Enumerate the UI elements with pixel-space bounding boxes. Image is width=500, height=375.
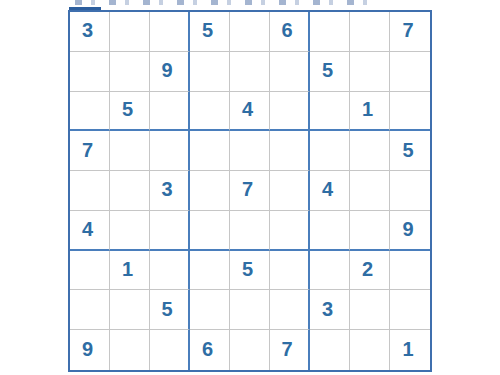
cell-r3c6[interactable] xyxy=(270,92,310,132)
given-digit: 9 xyxy=(402,219,413,239)
cell-r6c1[interactable]: 4 xyxy=(70,211,110,251)
cell-r5c3[interactable]: 3 xyxy=(150,171,190,211)
cell-r3c1[interactable] xyxy=(70,92,110,132)
cell-r4c8[interactable] xyxy=(350,131,390,171)
given-digit: 6 xyxy=(202,339,213,359)
cell-r2c3[interactable]: 9 xyxy=(150,52,190,92)
cell-r2c8[interactable] xyxy=(350,52,390,92)
cell-r1c6[interactable]: 6 xyxy=(270,12,310,52)
cell-r4c1[interactable]: 7 xyxy=(70,131,110,171)
cell-r5c7[interactable]: 4 xyxy=(310,171,350,211)
cell-r7c9[interactable] xyxy=(390,251,430,291)
given-digit: 4 xyxy=(82,219,93,239)
cell-r8c5[interactable] xyxy=(230,290,270,330)
cell-r6c5[interactable] xyxy=(230,211,270,251)
cell-r2c2[interactable] xyxy=(110,52,150,92)
cell-r1c7[interactable] xyxy=(310,12,350,52)
cell-r2c9[interactable] xyxy=(390,52,430,92)
given-digit: 5 xyxy=(122,99,133,119)
cell-r1c3[interactable] xyxy=(150,12,190,52)
cell-r5c9[interactable] xyxy=(390,171,430,211)
given-digit: 9 xyxy=(82,339,93,359)
given-digit: 2 xyxy=(362,259,373,279)
sudoku-board: 3567955417537449152539671 xyxy=(68,10,432,372)
cell-r1c5[interactable] xyxy=(230,12,270,52)
given-digit: 4 xyxy=(242,99,253,119)
cell-r3c4[interactable] xyxy=(190,92,230,132)
given-digit: 3 xyxy=(322,299,333,319)
given-digit: 4 xyxy=(322,179,333,199)
cell-r6c9[interactable]: 9 xyxy=(390,211,430,251)
cell-r9c4[interactable]: 6 xyxy=(190,330,230,370)
given-digit: 1 xyxy=(402,339,413,359)
cell-r7c6[interactable] xyxy=(270,251,310,291)
cell-r4c7[interactable] xyxy=(310,131,350,171)
cell-r1c8[interactable] xyxy=(350,12,390,52)
cell-r9c5[interactable] xyxy=(230,330,270,370)
given-digit: 1 xyxy=(362,99,373,119)
cell-r6c7[interactable] xyxy=(310,211,350,251)
cell-r1c9[interactable]: 7 xyxy=(390,12,430,52)
cell-r8c6[interactable] xyxy=(270,290,310,330)
cell-r4c3[interactable] xyxy=(150,131,190,171)
cell-r8c4[interactable] xyxy=(190,290,230,330)
cell-r8c1[interactable] xyxy=(70,290,110,330)
cell-r1c2[interactable] xyxy=(110,12,150,52)
cell-r9c2[interactable] xyxy=(110,330,150,370)
given-digit: 7 xyxy=(82,140,93,160)
given-digit: 5 xyxy=(402,140,413,160)
cell-r2c5[interactable] xyxy=(230,52,270,92)
cell-r3c9[interactable] xyxy=(390,92,430,132)
given-digit: 3 xyxy=(161,179,172,199)
cell-r3c2[interactable]: 5 xyxy=(110,92,150,132)
cell-r5c2[interactable] xyxy=(110,171,150,211)
cell-r3c3[interactable] xyxy=(150,92,190,132)
cell-r9c1[interactable]: 9 xyxy=(70,330,110,370)
cell-r6c6[interactable] xyxy=(270,211,310,251)
cell-r4c2[interactable] xyxy=(110,131,150,171)
cell-r5c1[interactable] xyxy=(70,171,110,211)
cell-r4c9[interactable]: 5 xyxy=(390,131,430,171)
cell-r7c1[interactable] xyxy=(70,251,110,291)
cell-r2c1[interactable] xyxy=(70,52,110,92)
cell-r9c8[interactable] xyxy=(350,330,390,370)
cell-r3c7[interactable] xyxy=(310,92,350,132)
cell-r6c2[interactable] xyxy=(110,211,150,251)
cell-r7c3[interactable] xyxy=(150,251,190,291)
given-digit: 5 xyxy=(161,299,172,319)
cell-r5c5[interactable]: 7 xyxy=(230,171,270,211)
cell-r1c4[interactable]: 5 xyxy=(190,12,230,52)
cell-r1c1[interactable]: 3 xyxy=(70,12,110,52)
cell-r6c8[interactable] xyxy=(350,211,390,251)
cell-r8c2[interactable] xyxy=(110,290,150,330)
cell-r5c8[interactable] xyxy=(350,171,390,211)
given-digit: 7 xyxy=(402,20,413,40)
given-digit: 3 xyxy=(82,20,93,40)
cell-r4c5[interactable] xyxy=(230,131,270,171)
cell-r7c8[interactable]: 2 xyxy=(350,251,390,291)
cell-r9c6[interactable]: 7 xyxy=(270,330,310,370)
cell-r9c9[interactable]: 1 xyxy=(390,330,430,370)
given-digit: 5 xyxy=(322,60,333,80)
cell-r9c7[interactable] xyxy=(310,330,350,370)
cell-r8c7[interactable]: 3 xyxy=(310,290,350,330)
cell-r3c5[interactable]: 4 xyxy=(230,92,270,132)
given-digit: 9 xyxy=(161,60,172,80)
cell-r7c2[interactable]: 1 xyxy=(110,251,150,291)
given-digit: 5 xyxy=(202,20,213,40)
cell-r4c4[interactable] xyxy=(190,131,230,171)
cell-r8c9[interactable] xyxy=(390,290,430,330)
sudoku-page: 3567955417537449152539671 xyxy=(0,0,500,375)
given-digit: 5 xyxy=(242,259,253,279)
cell-r5c4[interactable] xyxy=(190,171,230,211)
cell-r2c6[interactable] xyxy=(270,52,310,92)
cell-r3c8[interactable]: 1 xyxy=(350,92,390,132)
cell-r8c8[interactable] xyxy=(350,290,390,330)
cell-r9c3[interactable] xyxy=(150,330,190,370)
cell-r4c6[interactable] xyxy=(270,131,310,171)
cell-r8c3[interactable]: 5 xyxy=(150,290,190,330)
given-digit: 1 xyxy=(122,259,133,279)
cell-r6c4[interactable] xyxy=(190,211,230,251)
cell-r7c4[interactable] xyxy=(190,251,230,291)
cell-r7c5[interactable]: 5 xyxy=(230,251,270,291)
given-digit: 7 xyxy=(242,179,253,199)
clipped-text-artifact xyxy=(75,0,375,5)
given-digit: 6 xyxy=(281,20,292,40)
cell-r5c6[interactable] xyxy=(270,171,310,211)
cell-r6c3[interactable] xyxy=(150,211,190,251)
cell-r2c7[interactable]: 5 xyxy=(310,52,350,92)
given-digit: 7 xyxy=(281,339,292,359)
cell-r2c4[interactable] xyxy=(190,52,230,92)
cell-r7c7[interactable] xyxy=(310,251,350,291)
